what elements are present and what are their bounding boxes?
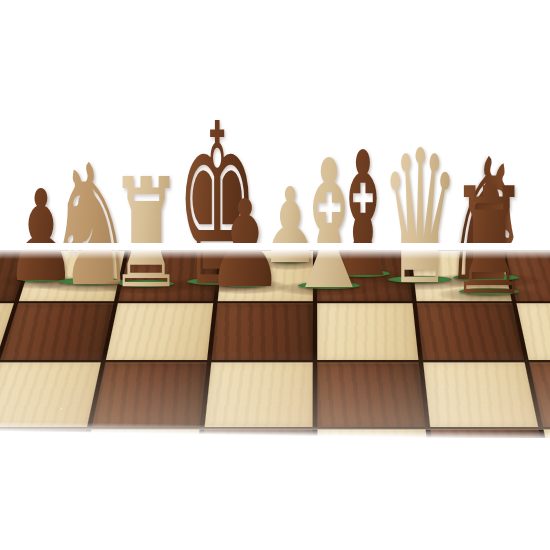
light-bishop-glyph: ♝: [283, 137, 374, 315]
light-rook-glyph: ♜: [109, 159, 184, 310]
depth-haze: [0, 350, 550, 430]
light-queen-glyph: ♛: [381, 126, 460, 311]
white-backdrop: [0, 438, 550, 550]
top-white-fade: [0, 243, 550, 259]
chess-product-photo: ♟♞♜♚♟♟♝♝♛♞♜: [0, 0, 550, 550]
